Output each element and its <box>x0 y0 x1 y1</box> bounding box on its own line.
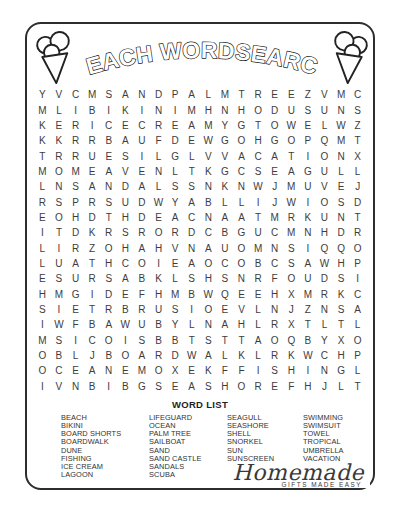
grid-cell: V <box>117 164 134 179</box>
grid-cell: N <box>51 179 68 194</box>
grid-cell: X <box>283 317 300 332</box>
grid-cell: N <box>150 164 167 179</box>
grid-cell: E <box>34 210 51 225</box>
grid-cell: C <box>266 225 283 240</box>
grid-cell: S <box>150 379 167 394</box>
grid-cell: A <box>117 87 134 102</box>
grid-cell: R <box>167 225 184 240</box>
grid-cell: N <box>134 87 151 102</box>
grid-cell: G <box>233 225 250 240</box>
grid-cell: U <box>84 148 101 163</box>
grid-cell: S <box>250 164 267 179</box>
grid-cell: W <box>51 317 68 332</box>
grid-cell: S <box>333 302 350 317</box>
grid-cell: F <box>233 363 250 378</box>
grid-cell: R <box>150 118 167 133</box>
grid-cell: E <box>167 118 184 133</box>
grid-cell: F <box>217 363 234 378</box>
grid-cell: L <box>250 348 267 363</box>
grid-cell: R <box>67 240 84 255</box>
grid-cell: L <box>217 348 234 363</box>
grid-cell: O <box>34 348 51 363</box>
grid-cell: M <box>283 179 300 194</box>
grid-cell: F <box>67 317 84 332</box>
grid-cell: I <box>300 240 317 255</box>
grid-cell: S <box>183 179 200 194</box>
grid-cell: X <box>283 286 300 301</box>
grid-cell: I <box>67 333 84 348</box>
grid-cell: E <box>117 363 134 378</box>
grid-cell: N <box>233 179 250 194</box>
grid-cell: R <box>100 225 117 240</box>
grid-cell: N <box>67 379 84 394</box>
grid-cell: L <box>250 317 267 332</box>
grid-cell: A <box>283 164 300 179</box>
grid-cell: B <box>167 333 184 348</box>
grid-cell: V <box>316 87 333 102</box>
grid-cell: W <box>183 348 200 363</box>
grid-cell: K <box>34 133 51 148</box>
grid-cell: O <box>51 210 68 225</box>
grid-cell: M <box>200 118 217 133</box>
grid-cell: A <box>300 256 317 271</box>
grid-cell: B <box>300 333 317 348</box>
grid-cell: A <box>84 179 101 194</box>
grid-cell: Z <box>300 302 317 317</box>
grid-cell: B <box>183 286 200 301</box>
grid-cell: N <box>266 240 283 255</box>
worksheet-page: { "game": "word_search", "title": "BEACH… <box>0 0 400 518</box>
grid-cell: N <box>200 317 217 332</box>
grid-cell: T <box>333 317 350 332</box>
grid-cell: T <box>183 164 200 179</box>
grid-cell: A <box>67 256 84 271</box>
grid-cell: I <box>84 118 101 133</box>
grid-cell: S <box>100 194 117 209</box>
grid-cell: N <box>100 363 117 378</box>
grid-cell: T <box>283 148 300 163</box>
grid-cell: E <box>167 379 184 394</box>
grid-cell: J <box>266 194 283 209</box>
grid-cell: M <box>134 363 151 378</box>
grid-cell: K <box>117 102 134 117</box>
grid-cell: U <box>283 102 300 117</box>
grid-cell: W <box>333 118 350 133</box>
grid-cell: R <box>67 148 84 163</box>
grid-cell: C <box>250 148 267 163</box>
grid-cell: A <box>167 210 184 225</box>
grid-cell: A <box>183 256 200 271</box>
grid-cell: E <box>250 286 267 301</box>
word-list-column: BEACHBIKINIBOARD SHORTSBOARDWALKDUNEFISH… <box>61 414 149 479</box>
grid-cell: C <box>349 286 366 301</box>
grid-cell: A <box>100 317 117 332</box>
grid-cell: A <box>217 317 234 332</box>
grid-cell: O <box>117 348 134 363</box>
grid-cell: H <box>117 240 134 255</box>
grid-cell: U <box>300 179 317 194</box>
grid-cell: M <box>300 286 317 301</box>
grid-cell: X <box>333 333 350 348</box>
grid-cell: A <box>84 363 101 378</box>
grid-cell: A <box>266 148 283 163</box>
grid-cell: E <box>150 210 167 225</box>
grid-cell: J <box>84 348 101 363</box>
grid-cell: R <box>266 348 283 363</box>
grid-cell: O <box>316 194 333 209</box>
grid-cell: E <box>117 286 134 301</box>
grid-cell: O <box>233 133 250 148</box>
grid-cell: I <box>100 102 117 117</box>
grid-cell: O <box>233 240 250 255</box>
grid-cell: O <box>349 333 366 348</box>
grid-cell: U <box>300 271 317 286</box>
grid-cell: U <box>316 102 333 117</box>
grid-cell: S <box>100 271 117 286</box>
grid-cell: I <box>34 317 51 332</box>
grid-cell: A <box>200 348 217 363</box>
grid-cell: E <box>266 164 283 179</box>
grid-cell: U <box>51 256 68 271</box>
grid-cell: A <box>134 179 151 194</box>
grid-cell: H <box>333 256 350 271</box>
grid-cell: A <box>183 194 200 209</box>
grid-cell: O <box>266 118 283 133</box>
grid-cell: Q <box>217 286 234 301</box>
grid-cell: G <box>333 363 350 378</box>
grid-cell: H <box>150 240 167 255</box>
grid-cell: E <box>51 118 68 133</box>
grid-cell: D <box>333 225 350 240</box>
grid-cell: B <box>150 333 167 348</box>
grid-cell: R <box>150 348 167 363</box>
grid-cell: D <box>134 210 151 225</box>
grid-cell: H <box>333 348 350 363</box>
grid-cell: B <box>84 317 101 332</box>
grid-cell: D <box>266 102 283 117</box>
grid-cell: W <box>283 118 300 133</box>
grid-cell: R <box>250 379 267 394</box>
grid-cell: H <box>283 363 300 378</box>
grid-cell: X <box>167 363 184 378</box>
grid-cell: R <box>250 271 267 286</box>
grid-cell: O <box>233 256 250 271</box>
grid-cell: P <box>67 194 84 209</box>
grid-cell: I <box>300 148 317 163</box>
grid-cell: C <box>266 256 283 271</box>
grid-cell: S <box>134 333 151 348</box>
grid-cell: A <box>117 133 134 148</box>
grid-cell: H <box>233 317 250 332</box>
grid-cell: R <box>100 302 117 317</box>
ice-cream-icon-right <box>325 28 373 89</box>
word-list-column: LIFEGUARDOCEANPALM TREESAILBOATSANDSAND … <box>149 414 227 479</box>
grid-cell: E <box>117 118 134 133</box>
grid-cell: M <box>167 286 184 301</box>
grid-cell: H <box>250 133 267 148</box>
grid-cell: U <box>316 210 333 225</box>
grid-cell: I <box>300 363 317 378</box>
grid-cell: E <box>167 256 184 271</box>
grid-cell: Q <box>316 240 333 255</box>
grid-cell: O <box>266 333 283 348</box>
grid-cell: S <box>300 102 317 117</box>
grid-cell: N <box>100 179 117 194</box>
grid-cell: C <box>84 333 101 348</box>
grid-cell: N <box>316 363 333 378</box>
grid-cell: A <box>183 379 200 394</box>
grid-cell: S <box>349 102 366 117</box>
grid-cell: L <box>316 118 333 133</box>
grid-cell: L <box>67 348 84 363</box>
grid-cell: I <box>183 302 200 317</box>
grid-cell: M <box>333 87 350 102</box>
grid-cell: M <box>51 286 68 301</box>
grid-cell: S <box>217 271 234 286</box>
grid-cell: L <box>333 164 350 179</box>
grid-cell: Y <box>217 118 234 133</box>
grid-cell: K <box>283 348 300 363</box>
grid-cell: H <box>34 286 51 301</box>
grid-cell: O <box>150 225 167 240</box>
grid-cell: L <box>51 102 68 117</box>
grid-cell: L <box>316 317 333 332</box>
grid-cell: T <box>217 333 234 348</box>
grid-cell: M <box>266 210 283 225</box>
grid-cell: C <box>349 87 366 102</box>
grid-cell: E <box>100 148 117 163</box>
grid-cell: E <box>266 87 283 102</box>
grid-cell: K <box>51 133 68 148</box>
grid-cell: T <box>100 210 117 225</box>
grid-cell: G <box>266 133 283 148</box>
grid-cell: L <box>349 363 366 378</box>
grid-cell: I <box>117 333 134 348</box>
grid-cell: T <box>183 333 200 348</box>
grid-cell: I <box>167 102 184 117</box>
grid-cell: R <box>316 286 333 301</box>
grid-cell: A <box>200 240 217 255</box>
grid-cell: L <box>349 317 366 332</box>
grid-cell: H <box>300 379 317 394</box>
grid-cell: I <box>250 363 267 378</box>
grid-cell: D <box>117 179 134 194</box>
grid-cell: B <box>84 102 101 117</box>
grid-cell: I <box>84 286 101 301</box>
grid-cell: K <box>333 286 350 301</box>
grid-cell: U <box>150 302 167 317</box>
grid-cell: A <box>233 148 250 163</box>
grid-cell: N <box>300 225 317 240</box>
grid-cell: B <box>51 348 68 363</box>
grid-cell: T <box>233 87 250 102</box>
grid-cell: C <box>100 118 117 133</box>
grid-cell: Y <box>316 333 333 348</box>
grid-cell: A <box>134 240 151 255</box>
grid-cell: B <box>134 271 151 286</box>
grid-cell: X <box>349 148 366 163</box>
grid-cell: C <box>183 210 200 225</box>
grid-cell: B <box>117 302 134 317</box>
grid-cell: P <box>349 256 366 271</box>
grid-cell: O <box>100 333 117 348</box>
grid-cell: L <box>250 302 267 317</box>
grid-cell: E <box>217 302 234 317</box>
word-list-item: LAGOON <box>61 471 149 479</box>
grid-cell: T <box>233 333 250 348</box>
grid-cell: C <box>200 225 217 240</box>
grid-cell: A <box>134 348 151 363</box>
grid-cell: N <box>333 148 350 163</box>
grid-cell: R <box>283 210 300 225</box>
grid-cell: D <box>100 286 117 301</box>
grid-cell: T <box>250 210 267 225</box>
grid-cell: T <box>349 379 366 394</box>
grid-cell: S <box>283 256 300 271</box>
grid-cell: A <box>183 118 200 133</box>
grid-cell: L <box>183 317 200 332</box>
grid-cell: B <box>117 379 134 394</box>
grid-cell: B <box>200 194 217 209</box>
grid-cell: R <box>84 194 101 209</box>
grid-cell: B <box>217 225 234 240</box>
grid-cell: I <box>349 271 366 286</box>
grid-cell: O <box>51 164 68 179</box>
grid-cell: L <box>34 179 51 194</box>
grid-cell: W <box>283 194 300 209</box>
grid-cell: L <box>34 240 51 255</box>
grid-cell: S <box>167 179 184 194</box>
grid-cell: M <box>84 87 101 102</box>
grid-cell: J <box>316 379 333 394</box>
grid-cell: J <box>283 302 300 317</box>
grid-cell: Z <box>84 240 101 255</box>
grid-cell: T <box>84 302 101 317</box>
grid-cell: N <box>200 179 217 194</box>
grid-cell: O <box>200 256 217 271</box>
grid-cell: P <box>167 87 184 102</box>
grid-cell: E <box>300 118 317 133</box>
letter-grid: YVCMSANDPALMTREEZVMCMLIBIKINIMHNHODUSUNS… <box>27 87 373 394</box>
grid-cell: U <box>117 194 134 209</box>
grid-cell: L <box>200 87 217 102</box>
grid-cell: R <box>67 133 84 148</box>
grid-cell: D <box>150 87 167 102</box>
grid-cell: V <box>51 379 68 394</box>
grid-cell: N <box>333 102 350 117</box>
svg-text:BEACH WORDSEARCH: BEACH WORDSEARCH <box>77 29 321 80</box>
grid-cell: O <box>316 148 333 163</box>
grid-cell: R <box>84 133 101 148</box>
grid-cell: Q <box>316 133 333 148</box>
grid-cell: I <box>34 379 51 394</box>
grid-cell: D <box>167 348 184 363</box>
grid-cell: O <box>233 379 250 394</box>
grid-cell: O <box>34 363 51 378</box>
grid-cell: E <box>183 133 200 148</box>
grid-cell: H <box>67 210 84 225</box>
grid-cell: E <box>34 271 51 286</box>
grid-cell: F <box>134 286 151 301</box>
grid-cell: A <box>250 333 267 348</box>
word-list-title: WORD LIST <box>27 399 373 410</box>
grid-cell: C <box>134 118 151 133</box>
grid-cell: G <box>217 164 234 179</box>
ice-cream-icon-left <box>31 28 79 89</box>
grid-cell: S <box>51 271 68 286</box>
grid-cell: K <box>150 271 167 286</box>
grid-cell: U <box>134 317 151 332</box>
grid-cell: Z <box>300 87 317 102</box>
grid-cell: G <box>300 164 317 179</box>
word-list-item: SCUBA <box>149 471 227 479</box>
grid-cell: R <box>134 302 151 317</box>
grid-cell: I <box>134 102 151 117</box>
grid-cell: B <box>150 317 167 332</box>
grid-cell: A <box>217 210 234 225</box>
puzzle-title-text: BEACH WORDSEARCH <box>77 29 321 80</box>
grid-cell: I <box>300 194 317 209</box>
grid-cell: L <box>217 194 234 209</box>
grid-cell: E <box>67 302 84 317</box>
puzzle-title: BEACH WORDSEARCH <box>77 29 327 87</box>
grid-cell: M <box>183 102 200 117</box>
grid-cell: D <box>134 194 151 209</box>
grid-cell: P <box>349 348 366 363</box>
grid-cell: R <box>266 317 283 332</box>
grid-cell: S <box>333 194 350 209</box>
grid-cell: L <box>349 164 366 179</box>
grid-cell: H <box>100 256 117 271</box>
grid-cell: B <box>250 256 267 271</box>
grid-cell: H <box>117 210 134 225</box>
grid-cell: K <box>217 179 234 194</box>
grid-cell: N <box>316 302 333 317</box>
grid-cell: E <box>283 87 300 102</box>
grid-cell: N <box>200 210 217 225</box>
grid-cell: H <box>200 271 217 286</box>
grid-cell: E <box>183 363 200 378</box>
grid-cell: A <box>183 87 200 102</box>
grid-cell: E <box>84 164 101 179</box>
grid-cell: O <box>150 363 167 378</box>
grid-cell: B <box>84 379 101 394</box>
grid-cell: G <box>167 148 184 163</box>
grid-cell: S <box>266 363 283 378</box>
grid-cell: N <box>150 102 167 117</box>
grid-cell: T <box>51 225 68 240</box>
grid-cell: L <box>233 194 250 209</box>
grid-cell: K <box>300 210 317 225</box>
grid-cell: O <box>283 271 300 286</box>
grid-cell: V <box>233 302 250 317</box>
grid-cell: T <box>349 210 366 225</box>
grid-cell: R <box>134 225 151 240</box>
grid-cell: I <box>34 225 51 240</box>
grid-cell: O <box>200 302 217 317</box>
grid-cell: D <box>349 194 366 209</box>
grid-cell: D <box>183 225 200 240</box>
grid-cell: E <box>233 286 250 301</box>
grid-cell: R <box>51 148 68 163</box>
grid-cell: T <box>34 148 51 163</box>
grid-cell: A <box>233 210 250 225</box>
grid-cell: M <box>67 164 84 179</box>
grid-cell: U <box>217 240 234 255</box>
grid-cell: C <box>316 348 333 363</box>
grid-cell: N <box>183 240 200 255</box>
grid-cell: R <box>84 271 101 286</box>
